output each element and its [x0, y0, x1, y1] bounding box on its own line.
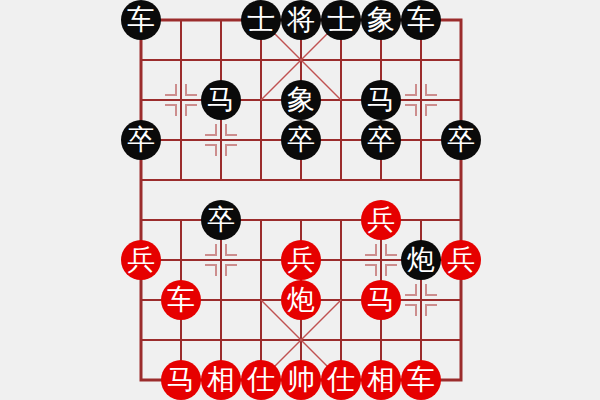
piece-black-soldier[interactable]: 卒 — [441, 120, 481, 160]
piece-black-cannon[interactable]: 炮 — [401, 240, 441, 280]
piece-black-advisor[interactable]: 士 — [241, 0, 281, 40]
piece-red-advisor[interactable]: 仕 — [241, 360, 281, 400]
piece-black-advisor[interactable]: 士 — [321, 0, 361, 40]
piece-red-cannon[interactable]: 炮 — [281, 280, 321, 320]
piece-red-chariot[interactable]: 车 — [401, 360, 441, 400]
piece-black-soldier[interactable]: 卒 — [361, 120, 401, 160]
piece-red-advisor[interactable]: 仕 — [321, 360, 361, 400]
piece-black-soldier[interactable]: 卒 — [121, 120, 161, 160]
piece-red-chariot[interactable]: 车 — [161, 280, 201, 320]
piece-black-soldier[interactable]: 卒 — [281, 120, 321, 160]
xiangqi-board: 车士将士象车马象马卒卒卒卒卒炮兵兵兵兵车炮马马相仕帅仕相车 — [121, 0, 481, 400]
piece-red-elephant[interactable]: 相 — [361, 360, 401, 400]
piece-black-soldier[interactable]: 卒 — [201, 200, 241, 240]
piece-red-soldier[interactable]: 兵 — [361, 200, 401, 240]
piece-black-horse[interactable]: 马 — [361, 80, 401, 120]
piece-black-general[interactable]: 将 — [281, 0, 321, 40]
piece-red-soldier[interactable]: 兵 — [281, 240, 321, 280]
piece-red-soldier[interactable]: 兵 — [441, 240, 481, 280]
app-background: 车士将士象车马象马卒卒卒卒卒炮兵兵兵兵车炮马马相仕帅仕相车 — [0, 0, 600, 400]
piece-black-elephant[interactable]: 象 — [281, 80, 321, 120]
piece-black-chariot[interactable]: 车 — [401, 0, 441, 40]
piece-red-elephant[interactable]: 相 — [201, 360, 241, 400]
piece-red-soldier[interactable]: 兵 — [121, 240, 161, 280]
piece-red-horse[interactable]: 马 — [161, 360, 201, 400]
piece-red-horse[interactable]: 马 — [361, 280, 401, 320]
piece-black-chariot[interactable]: 车 — [121, 0, 161, 40]
piece-red-general[interactable]: 帅 — [281, 360, 321, 400]
piece-black-elephant[interactable]: 象 — [361, 0, 401, 40]
piece-black-horse[interactable]: 马 — [201, 80, 241, 120]
